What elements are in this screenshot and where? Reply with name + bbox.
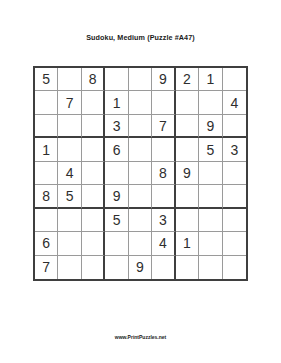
cell-r4c7 — [176, 138, 199, 161]
cell-r2c6 — [152, 91, 175, 114]
cell-r5c6: 8 — [152, 162, 175, 185]
cell-r9c1: 7 — [35, 256, 58, 279]
cell-r6c2: 5 — [58, 185, 81, 208]
cell-r5c4 — [105, 162, 128, 185]
cell-r1c2 — [58, 68, 81, 91]
cell-r2c5 — [129, 91, 152, 114]
cell-r6c5 — [129, 185, 152, 208]
cell-r2c9: 4 — [223, 91, 246, 114]
cell-r1c9 — [223, 68, 246, 91]
cell-r8c1: 6 — [35, 232, 58, 255]
cell-r9c2 — [58, 256, 81, 279]
cell-r6c8 — [199, 185, 222, 208]
cell-r5c1 — [35, 162, 58, 185]
cell-r4c2 — [58, 138, 81, 161]
cell-r6c3 — [82, 185, 105, 208]
cell-r2c7 — [176, 91, 199, 114]
cell-r9c6 — [152, 256, 175, 279]
cell-r7c7 — [176, 209, 199, 232]
cell-r6c4: 9 — [105, 185, 128, 208]
cell-r9c7 — [176, 256, 199, 279]
cell-r4c8: 5 — [199, 138, 222, 161]
cell-r1c5 — [129, 68, 152, 91]
cell-r6c9 — [223, 185, 246, 208]
cell-r3c6: 7 — [152, 115, 175, 138]
cell-r5c5 — [129, 162, 152, 185]
cell-r7c4: 5 — [105, 209, 128, 232]
cell-r4c5 — [129, 138, 152, 161]
cell-r3c1 — [35, 115, 58, 138]
cell-r1c6: 9 — [152, 68, 175, 91]
cell-r3c4: 3 — [105, 115, 128, 138]
cell-r7c6: 3 — [152, 209, 175, 232]
cell-r8c8 — [199, 232, 222, 255]
cell-r6c1: 8 — [35, 185, 58, 208]
cell-r8c2 — [58, 232, 81, 255]
cell-r9c5: 9 — [129, 256, 152, 279]
cell-r9c8 — [199, 256, 222, 279]
cell-r4c4: 6 — [105, 138, 128, 161]
cell-r5c9 — [223, 162, 246, 185]
cell-r3c8: 9 — [199, 115, 222, 138]
cell-r4c6 — [152, 138, 175, 161]
cell-r8c4 — [105, 232, 128, 255]
cell-r7c3 — [82, 209, 105, 232]
puzzle-title: Sudoku, Medium (Puzzle #A47) — [0, 33, 281, 42]
sudoku-board: 5892171437916534898595364179 — [33, 66, 248, 281]
cell-r7c5 — [129, 209, 152, 232]
cell-r8c7: 1 — [176, 232, 199, 255]
cell-r5c2: 4 — [58, 162, 81, 185]
cell-r9c9 — [223, 256, 246, 279]
cell-r7c9 — [223, 209, 246, 232]
cell-r8c9 — [223, 232, 246, 255]
cell-r1c3: 8 — [82, 68, 105, 91]
cell-r7c8 — [199, 209, 222, 232]
cell-r1c4 — [105, 68, 128, 91]
footer-url: www.PrintPuzzles.net — [0, 334, 281, 341]
cell-r1c7: 2 — [176, 68, 199, 91]
cell-r1c8: 1 — [199, 68, 222, 91]
cell-r4c1: 1 — [35, 138, 58, 161]
cell-r4c3 — [82, 138, 105, 161]
cell-r7c1 — [35, 209, 58, 232]
cell-r5c8 — [199, 162, 222, 185]
cell-r9c3 — [82, 256, 105, 279]
cell-r5c3 — [82, 162, 105, 185]
cell-r7c2 — [58, 209, 81, 232]
cell-r3c5 — [129, 115, 152, 138]
sudoku-page: Sudoku, Medium (Puzzle #A47) 58921714379… — [0, 0, 281, 363]
cell-r2c3 — [82, 91, 105, 114]
cell-r6c6 — [152, 185, 175, 208]
cell-r8c5 — [129, 232, 152, 255]
cell-r3c3 — [82, 115, 105, 138]
cell-r1c1: 5 — [35, 68, 58, 91]
cell-r2c1 — [35, 91, 58, 114]
cell-r8c6: 4 — [152, 232, 175, 255]
cell-r4c9: 3 — [223, 138, 246, 161]
cell-r2c2: 7 — [58, 91, 81, 114]
cell-r2c8 — [199, 91, 222, 114]
cell-r3c2 — [58, 115, 81, 138]
cell-r2c4: 1 — [105, 91, 128, 114]
cell-r8c3 — [82, 232, 105, 255]
cell-r5c7: 9 — [176, 162, 199, 185]
cell-r6c7 — [176, 185, 199, 208]
cell-r3c9 — [223, 115, 246, 138]
cell-r9c4 — [105, 256, 128, 279]
cell-r3c7 — [176, 115, 199, 138]
